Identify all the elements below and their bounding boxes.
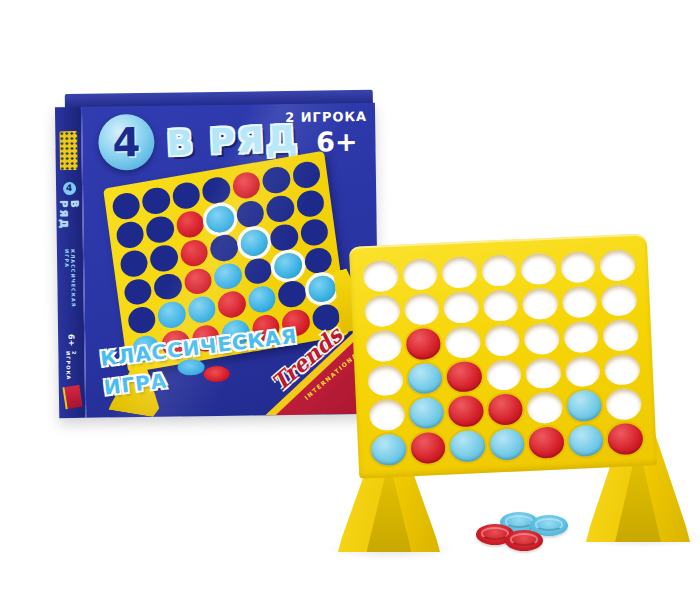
empty-hole-r4c4 (486, 359, 522, 391)
empty-hole-r2c5 (235, 199, 266, 229)
empty-hole-r2c7 (295, 188, 326, 218)
box-players-label: 2 ИГРОКА (285, 109, 367, 125)
empty-hole-r2c7 (601, 284, 637, 316)
empty-hole-r1c2 (402, 258, 438, 290)
empty-hole-r1c2 (141, 186, 172, 216)
empty-hole-r3c6 (563, 320, 599, 352)
red-piece-r5c3 (448, 395, 484, 427)
empty-hole-r1c4 (201, 175, 232, 205)
spine-grid-art (59, 131, 78, 171)
red-piece-r4c3 (446, 361, 482, 393)
empty-hole-r3c6 (269, 222, 300, 252)
empty-hole-r3c4 (484, 324, 520, 356)
blue-piece-r6c4 (489, 428, 525, 460)
blue-piece-r6c3 (450, 430, 486, 462)
spine-age-label: 6+ (67, 334, 76, 346)
box-title-text: В РЯД (166, 118, 300, 163)
empty-hole-r3c3 (445, 326, 481, 358)
empty-hole-r2c3 (443, 291, 479, 323)
empty-hole-r5c5 (527, 392, 563, 424)
blue-piece-r4c4 (213, 261, 244, 291)
box-title-4-badge: 4 (98, 114, 155, 171)
blue-piece-r4c2 (407, 362, 443, 394)
game-box: 4 В РЯД КЛАССИЧЕСКАЯ ИГРА 6+ 2 ИГРОКА 4 … (55, 90, 379, 418)
spine-subtitle: КЛАССИЧЕСКАЯ ИГРА (64, 248, 77, 327)
empty-hole-r4c2 (153, 271, 184, 301)
loose-chip-red-front (505, 530, 543, 551)
blue-piece-r5c5 (247, 284, 278, 314)
blue-piece-r5c6 (567, 390, 603, 422)
empty-hole-r3c7 (299, 217, 330, 247)
red-piece-r5c4 (217, 290, 248, 320)
red-piece-r4c3 (183, 266, 214, 296)
empty-hole-r2c1 (115, 219, 146, 249)
empty-hole-r5c1 (127, 305, 158, 335)
empty-hole-r1c1 (363, 260, 399, 292)
red-piece-r6c7 (608, 423, 644, 455)
empty-hole-r2c5 (522, 287, 558, 319)
empty-hole-r2c4 (483, 289, 519, 321)
empty-hole-r3c7 (603, 319, 639, 351)
empty-hole-r1c7 (600, 249, 636, 281)
empty-hole-r4c6 (565, 355, 601, 387)
spine-brand-mark (62, 385, 82, 409)
empty-hole-r5c1 (369, 399, 405, 431)
empty-hole-r2c2 (145, 214, 176, 244)
empty-hole-r1c6 (261, 165, 292, 195)
spine-title: В РЯД (58, 200, 81, 245)
empty-hole-r4c5 (243, 256, 274, 286)
empty-hole-r1c5 (521, 253, 557, 285)
empty-hole-r3c4 (209, 232, 240, 262)
empty-hole-r1c4 (481, 254, 517, 286)
blue-piece-r2c4 (205, 204, 236, 234)
empty-hole-r4c7 (303, 245, 334, 275)
spine-4-badge: 4 (62, 182, 75, 195)
box-body: 4 В РЯД КЛАССИЧЕСКАЯ ИГРА 6+ 2 ИГРОКА 4 … (55, 103, 379, 418)
red-piece-r5c4 (487, 394, 523, 426)
blue-piece-r5c2 (408, 397, 444, 429)
empty-hole-r3c1 (119, 248, 150, 278)
empty-hole-r4c1 (123, 277, 154, 307)
blue-piece-r4c6 (273, 251, 304, 281)
red-piece-r1c5 (231, 170, 262, 200)
red-piece-r6c5 (529, 427, 565, 459)
empty-hole-r2c1 (364, 294, 400, 326)
empty-hole-r2c6 (265, 193, 296, 223)
blue-piece-r3c5 (239, 227, 270, 257)
empty-hole-r2c2 (404, 293, 440, 325)
red-piece-r6c2 (410, 432, 446, 464)
empty-hole-r1c3 (442, 256, 478, 288)
loose-chips (468, 506, 618, 568)
empty-hole-r2c6 (562, 286, 598, 318)
blue-piece-r6c6 (568, 425, 604, 457)
empty-hole-r3c2 (149, 243, 180, 273)
empty-hole-r1c7 (291, 160, 322, 190)
empty-hole-r5c6 (277, 279, 308, 309)
empty-hole-r3c5 (524, 322, 560, 354)
empty-hole-r4c5 (525, 357, 561, 389)
blue-piece-r5c2 (157, 300, 188, 330)
main-board-grid (349, 233, 657, 478)
red-piece-r3c2 (405, 327, 441, 359)
empty-hole-r1c3 (171, 180, 202, 210)
product-photo: 4 В РЯД КЛАССИЧЕСКАЯ ИГРА 6+ 2 ИГРОКА 4 … (0, 0, 700, 600)
empty-hole-r4c1 (367, 364, 403, 396)
empty-hole-r4c7 (604, 353, 640, 385)
blue-piece-r6c1 (370, 434, 406, 466)
empty-hole-r3c1 (366, 329, 402, 361)
red-piece-r3c3 (179, 238, 210, 268)
empty-hole-r1c1 (111, 191, 142, 221)
empty-hole-r1c6 (560, 251, 596, 283)
red-piece-r2c3 (175, 209, 206, 239)
spine-players-label: 2 ИГРОКА (65, 351, 77, 387)
blue-piece-r5c3 (187, 295, 218, 325)
empty-hole-r5c7 (606, 388, 642, 420)
